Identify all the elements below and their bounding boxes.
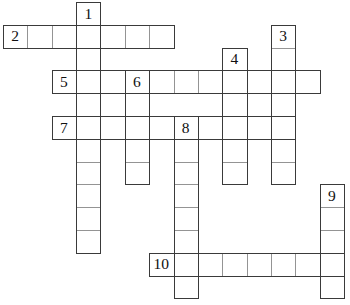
cell-r2c11[interactable] xyxy=(271,48,296,72)
cell-r1c3[interactable] xyxy=(76,25,101,49)
cell-r6c7[interactable] xyxy=(174,139,199,163)
cell-r4c9[interactable] xyxy=(222,93,247,117)
cell-r7c5[interactable] xyxy=(125,162,150,186)
cell-r3c5[interactable] xyxy=(125,70,150,94)
cell-r3c11[interactable] xyxy=(271,70,296,94)
cell-r9c3[interactable] xyxy=(76,207,101,231)
cell-r5c9[interactable] xyxy=(222,116,247,140)
cell-r3c6[interactable] xyxy=(149,70,174,94)
cell-r12c7[interactable] xyxy=(174,276,199,300)
cell-r5c2[interactable] xyxy=(52,116,77,140)
cell-r6c11[interactable] xyxy=(271,139,296,163)
crossword-board: 12345678910 xyxy=(0,0,350,305)
cell-r10c13[interactable] xyxy=(320,230,345,254)
cell-r3c10[interactable] xyxy=(247,70,272,94)
cell-r4c3[interactable] xyxy=(76,93,101,117)
cell-r11c6[interactable] xyxy=(149,253,174,277)
cell-r3c4[interactable] xyxy=(100,70,125,94)
cell-r11c10[interactable] xyxy=(247,253,272,277)
cell-r7c9[interactable] xyxy=(222,162,247,186)
cell-r12c13[interactable] xyxy=(320,276,345,300)
cell-r10c3[interactable] xyxy=(76,230,101,254)
cell-r6c3[interactable] xyxy=(76,139,101,163)
cell-r2c3[interactable] xyxy=(76,48,101,72)
cell-r5c10[interactable] xyxy=(247,116,272,140)
cell-r11c11[interactable] xyxy=(271,253,296,277)
cell-r1c11[interactable] xyxy=(271,25,296,49)
cell-r5c11[interactable] xyxy=(271,116,296,140)
cell-r5c3[interactable] xyxy=(76,116,101,140)
cell-r5c5[interactable] xyxy=(125,116,150,140)
cell-r8c7[interactable] xyxy=(174,184,199,208)
cell-r6c5[interactable] xyxy=(125,139,150,163)
cell-r7c3[interactable] xyxy=(76,162,101,186)
cell-r3c9[interactable] xyxy=(222,70,247,94)
cell-r3c2[interactable] xyxy=(52,70,77,94)
cell-r1c6[interactable] xyxy=(149,25,174,49)
cell-r4c11[interactable] xyxy=(271,93,296,117)
cell-r0c3[interactable] xyxy=(76,2,101,26)
cell-r3c3[interactable] xyxy=(76,70,101,94)
cell-r9c13[interactable] xyxy=(320,207,345,231)
cell-r6c9[interactable] xyxy=(222,139,247,163)
cell-r2c9[interactable] xyxy=(222,48,247,72)
cell-r11c12[interactable] xyxy=(295,253,320,277)
cell-r5c4[interactable] xyxy=(100,116,125,140)
cell-r1c2[interactable] xyxy=(52,25,77,49)
cell-r10c7[interactable] xyxy=(174,230,199,254)
cell-r4c5[interactable] xyxy=(125,93,150,117)
cell-r5c8[interactable] xyxy=(198,116,223,140)
cell-r3c7[interactable] xyxy=(174,70,199,94)
cell-r1c1[interactable] xyxy=(27,25,52,49)
cell-r1c0[interactable] xyxy=(3,25,28,49)
cell-r1c4[interactable] xyxy=(100,25,125,49)
cell-r5c7[interactable] xyxy=(174,116,199,140)
cell-r11c8[interactable] xyxy=(198,253,223,277)
cell-r3c8[interactable] xyxy=(198,70,223,94)
cell-r1c5[interactable] xyxy=(125,25,150,49)
cell-r11c7[interactable] xyxy=(174,253,199,277)
cell-r7c11[interactable] xyxy=(271,162,296,186)
cell-r11c9[interactable] xyxy=(222,253,247,277)
cell-r5c6[interactable] xyxy=(149,116,174,140)
cell-r11c13[interactable] xyxy=(320,253,345,277)
cell-r9c7[interactable] xyxy=(174,207,199,231)
cell-r8c13[interactable] xyxy=(320,184,345,208)
cell-r3c12[interactable] xyxy=(295,70,320,94)
cell-r7c7[interactable] xyxy=(174,162,199,186)
cell-r8c3[interactable] xyxy=(76,184,101,208)
